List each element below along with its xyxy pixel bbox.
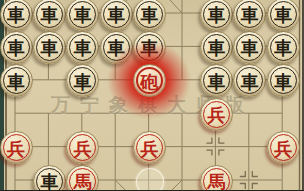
piece-glyph: 車 bbox=[207, 6, 225, 24]
piece-black-車-file1-rank2[interactable]: 車 bbox=[33, 0, 66, 31]
piece-red-兵-file8-rank6[interactable]: 兵 bbox=[267, 131, 300, 164]
piece-glyph: 車 bbox=[7, 6, 25, 24]
piece-glyph: 車 bbox=[241, 39, 259, 57]
piece-glyph: 車 bbox=[74, 6, 92, 24]
piece-glyph: 車 bbox=[207, 39, 225, 57]
piece-glyph: 車 bbox=[7, 72, 25, 90]
piece-black-車-file0-rank4[interactable]: 車 bbox=[0, 64, 33, 97]
piece-glyph: 車 bbox=[107, 6, 125, 24]
piece-glyph: 兵 bbox=[141, 139, 159, 157]
piece-glyph: 車 bbox=[107, 39, 125, 57]
piece-glyph: 車 bbox=[74, 39, 92, 57]
piece-glyph: 車 bbox=[141, 6, 159, 24]
piece-red-兵-file0-rank6[interactable]: 兵 bbox=[0, 131, 33, 164]
piece-black-車-file8-rank4[interactable]: 車 bbox=[267, 64, 300, 97]
piece-glyph: 馬 bbox=[207, 173, 225, 191]
move-origin-marker bbox=[136, 168, 164, 190]
piece-black-車-file6-rank2[interactable]: 車 bbox=[200, 0, 233, 31]
piece-glyph: 車 bbox=[40, 6, 58, 24]
piece-glyph: 車 bbox=[274, 72, 292, 90]
piece-black-車-file4-rank2[interactable]: 車 bbox=[133, 0, 166, 31]
piece-glyph: 馬 bbox=[74, 173, 92, 191]
piece-glyph: 兵 bbox=[74, 139, 92, 157]
piece-black-車-file0-rank3[interactable]: 車 bbox=[0, 31, 33, 64]
piece-black-車-file8-rank2[interactable]: 車 bbox=[267, 0, 300, 31]
piece-black-車-file1-rank3[interactable]: 車 bbox=[33, 31, 66, 64]
piece-glyph: 車 bbox=[74, 72, 92, 90]
piece-glyph: 車 bbox=[274, 6, 292, 24]
xiangqi-board[interactable]: 万宁象棋大师版 車車車車車車車車車車車車車車車車車車砲車車車兵兵兵兵兵車馬馬 bbox=[0, 0, 304, 190]
piece-black-車-file2-rank3[interactable]: 車 bbox=[66, 31, 99, 64]
piece-black-車-file6-rank3[interactable]: 車 bbox=[200, 31, 233, 64]
piece-glyph: 車 bbox=[274, 39, 292, 57]
piece-glyph: 車 bbox=[241, 6, 259, 24]
piece-red-兵-file4-rank6[interactable]: 兵 bbox=[133, 131, 166, 164]
piece-black-車-file7-rank2[interactable]: 車 bbox=[233, 0, 266, 31]
piece-glyph: 兵 bbox=[274, 139, 292, 157]
piece-black-車-file3-rank3[interactable]: 車 bbox=[100, 31, 133, 64]
piece-glyph: 車 bbox=[7, 39, 25, 57]
piece-black-車-file8-rank3[interactable]: 車 bbox=[267, 31, 300, 64]
piece-glyph: 車 bbox=[207, 72, 225, 90]
piece-black-車-file7-rank3[interactable]: 車 bbox=[233, 31, 266, 64]
piece-glyph: 兵 bbox=[207, 106, 225, 124]
piece-black-車-file2-rank2[interactable]: 車 bbox=[66, 0, 99, 31]
piece-glyph: 車 bbox=[241, 72, 259, 90]
piece-red-兵-file6-rank5[interactable]: 兵 bbox=[200, 98, 233, 131]
piece-black-車-file0-rank2[interactable]: 車 bbox=[0, 0, 33, 31]
piece-glyph: 車 bbox=[141, 39, 159, 57]
piece-glyph: 車 bbox=[40, 173, 58, 191]
piece-black-車-file3-rank2[interactable]: 車 bbox=[100, 0, 133, 31]
piece-black-車-file4-rank3[interactable]: 車 bbox=[133, 31, 166, 64]
piece-glyph: 兵 bbox=[7, 139, 25, 157]
piece-black-車-file6-rank4[interactable]: 車 bbox=[200, 64, 233, 97]
piece-glyph: 車 bbox=[40, 39, 58, 57]
piece-glyph: 砲 bbox=[141, 72, 159, 90]
